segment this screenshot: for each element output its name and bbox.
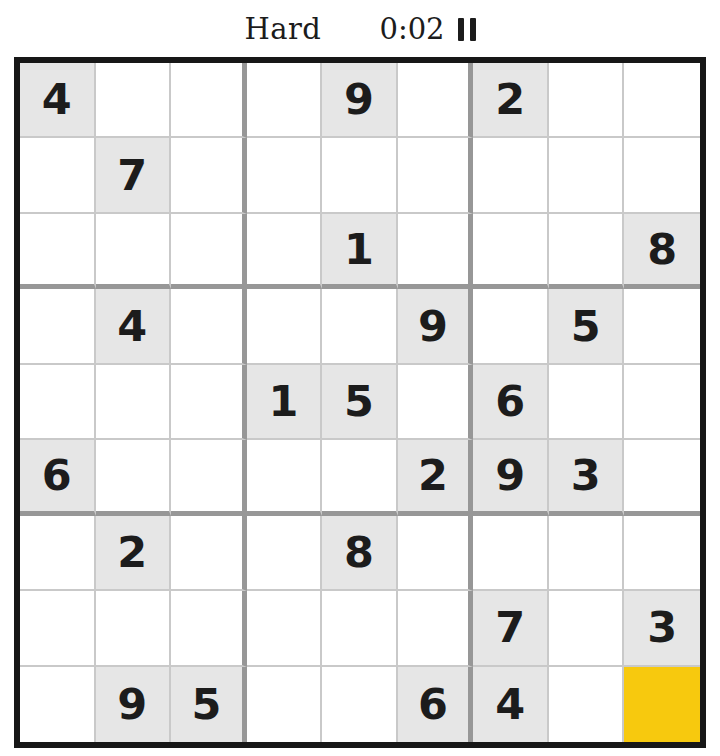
- cell-r2c6[interactable]: [398, 138, 474, 213]
- cell-r9c1[interactable]: [20, 667, 96, 742]
- cell-r2c4[interactable]: [247, 138, 323, 213]
- cell-r8c4[interactable]: [247, 591, 323, 666]
- cell-r6c4[interactable]: [247, 440, 323, 515]
- cell-r3c7[interactable]: [473, 214, 549, 289]
- cell-r5c2[interactable]: [96, 365, 172, 440]
- cell-r7c4[interactable]: [247, 516, 323, 591]
- cell-r2c1[interactable]: [20, 138, 96, 213]
- cell-r2c5[interactable]: [322, 138, 398, 213]
- cell-r1c5[interactable]: 9: [322, 63, 398, 138]
- cell-r5c1[interactable]: [20, 365, 96, 440]
- cell-r3c2[interactable]: [96, 214, 172, 289]
- cell-r4c6[interactable]: 9: [398, 289, 474, 364]
- cell-r4c7[interactable]: [473, 289, 549, 364]
- cell-r9c4[interactable]: [247, 667, 323, 742]
- cell-r1c4[interactable]: [247, 63, 323, 138]
- cell-r7c9[interactable]: [624, 516, 700, 591]
- cell-r9c9[interactable]: [624, 667, 700, 742]
- cell-r9c7[interactable]: 4: [473, 667, 549, 742]
- cell-r8c6[interactable]: [398, 591, 474, 666]
- cell-r2c2[interactable]: 7: [96, 138, 172, 213]
- cell-r2c3[interactable]: [171, 138, 247, 213]
- cell-r8c7[interactable]: 7: [473, 591, 549, 666]
- cell-r5c6[interactable]: [398, 365, 474, 440]
- cell-r5c8[interactable]: [549, 365, 625, 440]
- cell-r6c1[interactable]: 6: [20, 440, 96, 515]
- cell-r4c8[interactable]: 5: [549, 289, 625, 364]
- cell-r7c7[interactable]: [473, 516, 549, 591]
- cell-r3c5[interactable]: 1: [322, 214, 398, 289]
- cell-r8c8[interactable]: [549, 591, 625, 666]
- cell-r2c9[interactable]: [624, 138, 700, 213]
- cell-r5c3[interactable]: [171, 365, 247, 440]
- cell-r8c1[interactable]: [20, 591, 96, 666]
- cell-r3c9[interactable]: 8: [624, 214, 700, 289]
- cell-r7c5[interactable]: 8: [322, 516, 398, 591]
- cell-r1c3[interactable]: [171, 63, 247, 138]
- pause-bar-left: [458, 18, 464, 41]
- cell-r3c1[interactable]: [20, 214, 96, 289]
- cell-r6c5[interactable]: [322, 440, 398, 515]
- cell-r6c8[interactable]: 3: [549, 440, 625, 515]
- cell-r1c8[interactable]: [549, 63, 625, 138]
- cell-r1c7[interactable]: 2: [473, 63, 549, 138]
- cell-r4c4[interactable]: [247, 289, 323, 364]
- cell-r6c3[interactable]: [171, 440, 247, 515]
- cell-r2c7[interactable]: [473, 138, 549, 213]
- cell-r8c3[interactable]: [171, 591, 247, 666]
- cell-r2c8[interactable]: [549, 138, 625, 213]
- cell-r7c6[interactable]: [398, 516, 474, 591]
- cell-r9c3[interactable]: 5: [171, 667, 247, 742]
- timer-group: 0:02: [379, 12, 475, 46]
- cell-r5c5[interactable]: 5: [322, 365, 398, 440]
- cell-r6c7[interactable]: 9: [473, 440, 549, 515]
- sudoku-board: 492718495156629328739564: [14, 57, 706, 748]
- cell-r4c5[interactable]: [322, 289, 398, 364]
- cell-r1c1[interactable]: 4: [20, 63, 96, 138]
- cell-r1c2[interactable]: [96, 63, 172, 138]
- cell-r3c4[interactable]: [247, 214, 323, 289]
- cell-r3c6[interactable]: [398, 214, 474, 289]
- cell-r9c6[interactable]: 6: [398, 667, 474, 742]
- cell-r7c1[interactable]: [20, 516, 96, 591]
- cell-r8c5[interactable]: [322, 591, 398, 666]
- cell-r1c6[interactable]: [398, 63, 474, 138]
- cell-r4c1[interactable]: [20, 289, 96, 364]
- cell-r6c6[interactable]: 2: [398, 440, 474, 515]
- pause-bar-right: [470, 18, 476, 41]
- cell-r9c5[interactable]: [322, 667, 398, 742]
- cell-r5c7[interactable]: 6: [473, 365, 549, 440]
- cell-r3c3[interactable]: [171, 214, 247, 289]
- pause-icon[interactable]: [458, 16, 476, 41]
- cell-r1c9[interactable]: [624, 63, 700, 138]
- cell-r8c9[interactable]: 3: [624, 591, 700, 666]
- header: Hard 0:02: [0, 0, 720, 57]
- cell-r6c9[interactable]: [624, 440, 700, 515]
- cell-r6c2[interactable]: [96, 440, 172, 515]
- timer-display: 0:02: [379, 12, 444, 46]
- cell-r4c2[interactable]: 4: [96, 289, 172, 364]
- cell-r5c9[interactable]: [624, 365, 700, 440]
- cell-r5c4[interactable]: 1: [247, 365, 323, 440]
- cell-r4c9[interactable]: [624, 289, 700, 364]
- cell-r9c2[interactable]: 9: [96, 667, 172, 742]
- cell-r3c8[interactable]: [549, 214, 625, 289]
- cell-r4c3[interactable]: [171, 289, 247, 364]
- difficulty-label: Hard: [244, 12, 321, 46]
- cell-r9c8[interactable]: [549, 667, 625, 742]
- cell-r7c3[interactable]: [171, 516, 247, 591]
- cell-r7c2[interactable]: 2: [96, 516, 172, 591]
- cell-r7c8[interactable]: [549, 516, 625, 591]
- cell-r8c2[interactable]: [96, 591, 172, 666]
